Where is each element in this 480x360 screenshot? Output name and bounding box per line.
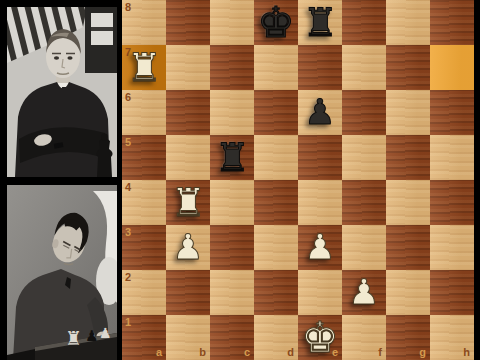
video-frame: ♜ ♟ ♟ 8♚♜7♜6♟5♜4♜3♟♟2♟1abcde♚fgh bbox=[0, 0, 480, 360]
square-c5[interactable]: ♜ bbox=[210, 135, 254, 180]
rank-label-1: 1 bbox=[125, 317, 131, 328]
square-e2[interactable] bbox=[298, 270, 342, 315]
square-b8[interactable] bbox=[166, 0, 210, 45]
square-c3[interactable] bbox=[210, 225, 254, 270]
square-c1[interactable]: c bbox=[210, 315, 254, 360]
square-d1[interactable]: d bbox=[254, 315, 298, 360]
square-f5[interactable] bbox=[342, 135, 386, 180]
svg-text:♟: ♟ bbox=[99, 325, 112, 341]
square-f6[interactable] bbox=[342, 90, 386, 135]
square-h7[interactable] bbox=[430, 45, 474, 90]
rank-label-3: 3 bbox=[125, 227, 131, 238]
square-h6[interactable] bbox=[430, 90, 474, 135]
square-g5[interactable] bbox=[386, 135, 430, 180]
square-g4[interactable] bbox=[386, 180, 430, 225]
square-d8[interactable]: ♚ bbox=[254, 0, 298, 45]
square-c8[interactable] bbox=[210, 0, 254, 45]
white-rook-a7[interactable]: ♜ bbox=[122, 45, 166, 90]
suit-crossed-arms bbox=[15, 82, 110, 177]
square-b6[interactable] bbox=[166, 90, 210, 135]
square-d5[interactable] bbox=[254, 135, 298, 180]
square-b2[interactable] bbox=[166, 270, 210, 315]
white-pawn-f2[interactable]: ♟ bbox=[342, 270, 386, 315]
square-e5[interactable] bbox=[298, 135, 342, 180]
square-b3[interactable]: ♟ bbox=[166, 225, 210, 270]
square-g1[interactable]: g bbox=[386, 315, 430, 360]
square-c2[interactable] bbox=[210, 270, 254, 315]
square-d6[interactable] bbox=[254, 90, 298, 135]
portrait-photo-top bbox=[7, 7, 117, 177]
square-c7[interactable] bbox=[210, 45, 254, 90]
file-label-b: b bbox=[199, 347, 206, 358]
square-f3[interactable] bbox=[342, 225, 386, 270]
square-g6[interactable] bbox=[386, 90, 430, 135]
square-g3[interactable] bbox=[386, 225, 430, 270]
square-b5[interactable] bbox=[166, 135, 210, 180]
square-b4[interactable]: ♜ bbox=[166, 180, 210, 225]
square-f1[interactable]: f bbox=[342, 315, 386, 360]
capablanca-portrait-illustration: ♜ ♟ ♟ bbox=[7, 185, 117, 360]
rank-label-6: 6 bbox=[125, 92, 131, 103]
black-king-d8[interactable]: ♚ bbox=[254, 0, 298, 45]
square-h3[interactable] bbox=[430, 225, 474, 270]
square-a2[interactable]: 2 bbox=[122, 270, 166, 315]
square-b7[interactable] bbox=[166, 45, 210, 90]
rank-label-4: 4 bbox=[125, 182, 131, 193]
file-label-d: d bbox=[287, 347, 294, 358]
white-pawn-e3[interactable]: ♟ bbox=[298, 225, 342, 270]
rank-label-8: 8 bbox=[125, 2, 131, 13]
rank-label-5: 5 bbox=[125, 137, 131, 148]
square-a3[interactable]: 3 bbox=[122, 225, 166, 270]
square-c4[interactable] bbox=[210, 180, 254, 225]
square-d2[interactable] bbox=[254, 270, 298, 315]
square-h1[interactable]: h bbox=[430, 315, 474, 360]
square-e7[interactable] bbox=[298, 45, 342, 90]
square-a1[interactable]: 1a bbox=[122, 315, 166, 360]
white-pawn-b3[interactable]: ♟ bbox=[166, 225, 210, 270]
square-f2[interactable]: ♟ bbox=[342, 270, 386, 315]
square-e3[interactable]: ♟ bbox=[298, 225, 342, 270]
square-f7[interactable] bbox=[342, 45, 386, 90]
square-d3[interactable] bbox=[254, 225, 298, 270]
square-g2[interactable] bbox=[386, 270, 430, 315]
file-label-f: f bbox=[378, 347, 382, 358]
square-d4[interactable] bbox=[254, 180, 298, 225]
white-rook-b4[interactable]: ♜ bbox=[166, 180, 210, 225]
square-a8[interactable]: 8 bbox=[122, 0, 166, 45]
black-pawn-e6[interactable]: ♟ bbox=[298, 90, 342, 135]
square-h2[interactable] bbox=[430, 270, 474, 315]
portrait-photo-bottom: ♜ ♟ ♟ bbox=[7, 185, 117, 360]
file-label-h: h bbox=[463, 347, 470, 358]
square-h8[interactable] bbox=[430, 0, 474, 45]
svg-text:♜: ♜ bbox=[65, 327, 82, 349]
window-frame bbox=[85, 7, 117, 73]
rank-label-2: 2 bbox=[125, 272, 131, 283]
square-f4[interactable] bbox=[342, 180, 386, 225]
square-e4[interactable] bbox=[298, 180, 342, 225]
svg-text:♟: ♟ bbox=[85, 327, 98, 345]
square-g7[interactable] bbox=[386, 45, 430, 90]
square-d7[interactable] bbox=[254, 45, 298, 90]
square-a6[interactable]: 6 bbox=[122, 90, 166, 135]
white-king-e1[interactable]: ♚ bbox=[298, 315, 342, 360]
square-e8[interactable]: ♜ bbox=[298, 0, 342, 45]
square-e6[interactable]: ♟ bbox=[298, 90, 342, 135]
square-a4[interactable]: 4 bbox=[122, 180, 166, 225]
chess-board: 8♚♜7♜6♟5♜4♜3♟♟2♟1abcde♚fgh bbox=[122, 0, 474, 360]
square-c6[interactable] bbox=[210, 90, 254, 135]
alekhine-portrait-illustration bbox=[7, 7, 117, 177]
black-rook-c5[interactable]: ♜ bbox=[210, 135, 254, 180]
square-e1[interactable]: e♚ bbox=[298, 315, 342, 360]
square-h4[interactable] bbox=[430, 180, 474, 225]
file-label-a: a bbox=[156, 347, 162, 358]
file-label-c: c bbox=[244, 347, 250, 358]
file-label-g: g bbox=[419, 347, 426, 358]
square-g8[interactable] bbox=[386, 0, 430, 45]
square-f8[interactable] bbox=[342, 0, 386, 45]
square-a7[interactable]: 7♜ bbox=[122, 45, 166, 90]
square-b1[interactable]: b bbox=[166, 315, 210, 360]
square-h5[interactable] bbox=[430, 135, 474, 180]
black-rook-e8[interactable]: ♜ bbox=[298, 0, 342, 45]
square-a5[interactable]: 5 bbox=[122, 135, 166, 180]
